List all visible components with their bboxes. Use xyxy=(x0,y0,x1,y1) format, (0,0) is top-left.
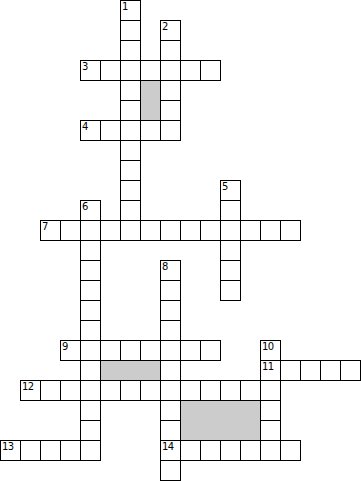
grid-cell[interactable] xyxy=(80,420,101,441)
grid-cell[interactable] xyxy=(260,340,281,361)
grid-cell[interactable] xyxy=(80,220,101,241)
grid-cell[interactable] xyxy=(160,320,181,341)
grid-cell[interactable] xyxy=(80,380,101,401)
grid-cell[interactable] xyxy=(200,340,221,361)
grid-cell[interactable] xyxy=(240,220,261,241)
grid-cell[interactable] xyxy=(160,300,181,321)
grid-cell[interactable] xyxy=(180,60,201,81)
grid-cell[interactable] xyxy=(160,100,181,121)
grid-cell[interactable] xyxy=(40,380,61,401)
grid-cell[interactable] xyxy=(60,380,81,401)
grid-cell[interactable] xyxy=(160,400,181,421)
grid-cell[interactable] xyxy=(240,440,261,461)
grid-cell[interactable] xyxy=(160,80,181,101)
grid-cell[interactable] xyxy=(100,220,121,241)
grid-cell[interactable] xyxy=(120,80,141,101)
grid-cell[interactable] xyxy=(120,340,141,361)
grid-cell[interactable] xyxy=(60,340,81,361)
grid-cell[interactable] xyxy=(160,360,181,381)
grid-cell[interactable] xyxy=(80,400,101,421)
grid-cell[interactable] xyxy=(120,40,141,61)
grid-cell[interactable] xyxy=(120,380,141,401)
grid-cell[interactable] xyxy=(120,20,141,41)
grid-cell[interactable] xyxy=(60,440,81,461)
grid-cell[interactable] xyxy=(80,200,101,221)
grid-cell[interactable] xyxy=(260,420,281,441)
grid-cell[interactable] xyxy=(260,220,281,241)
grid-cell[interactable] xyxy=(140,120,161,141)
grid-cell[interactable] xyxy=(20,380,41,401)
grid-cell[interactable] xyxy=(260,440,281,461)
grid-cell[interactable] xyxy=(80,340,101,361)
grid-cell[interactable] xyxy=(280,220,301,241)
grid-cell[interactable] xyxy=(200,440,221,461)
grid-cell[interactable] xyxy=(200,60,221,81)
grid-cell[interactable] xyxy=(120,140,141,161)
grid-cell[interactable] xyxy=(220,440,241,461)
grid-cell[interactable] xyxy=(0,440,21,461)
grid-cell[interactable] xyxy=(40,440,61,461)
crossword-board: 1234567891011121314 xyxy=(0,0,361,481)
grid-cell[interactable] xyxy=(300,360,321,381)
grid-cell[interactable] xyxy=(80,440,101,461)
grid-cell[interactable] xyxy=(120,100,141,121)
grid-cell[interactable] xyxy=(160,340,181,361)
grid-cell[interactable] xyxy=(80,260,101,281)
grid-cell[interactable] xyxy=(200,380,221,401)
grid-cell[interactable] xyxy=(140,340,161,361)
grid-cell[interactable] xyxy=(160,440,181,461)
grid-cell[interactable] xyxy=(220,180,241,201)
grid-cell[interactable] xyxy=(220,260,241,281)
grid-cell[interactable] xyxy=(80,300,101,321)
grid-cell[interactable] xyxy=(160,420,181,441)
shaded-block xyxy=(180,400,261,441)
grid-cell[interactable] xyxy=(220,240,241,261)
grid-cell[interactable] xyxy=(200,220,221,241)
grid-cell[interactable] xyxy=(280,440,301,461)
grid-cell[interactable] xyxy=(220,280,241,301)
grid-cell[interactable] xyxy=(180,440,201,461)
grid-cell[interactable] xyxy=(220,380,241,401)
grid-cell[interactable] xyxy=(160,280,181,301)
grid-cell[interactable] xyxy=(100,340,121,361)
grid-cell[interactable] xyxy=(160,220,181,241)
grid-cell[interactable] xyxy=(20,440,41,461)
grid-cell[interactable] xyxy=(220,200,241,221)
grid-cell[interactable] xyxy=(160,460,181,481)
grid-cell[interactable] xyxy=(120,160,141,181)
grid-cell[interactable] xyxy=(140,60,161,81)
grid-cell[interactable] xyxy=(140,220,161,241)
grid-cell[interactable] xyxy=(160,40,181,61)
grid-cell[interactable] xyxy=(80,60,101,81)
grid-cell[interactable] xyxy=(40,220,61,241)
grid-cell[interactable] xyxy=(100,380,121,401)
shaded-block xyxy=(140,80,161,121)
grid-cell[interactable] xyxy=(160,260,181,281)
grid-cell[interactable] xyxy=(180,380,201,401)
grid-cell[interactable] xyxy=(100,60,121,81)
grid-cell[interactable] xyxy=(160,60,181,81)
grid-cell[interactable] xyxy=(240,380,261,401)
grid-cell[interactable] xyxy=(120,200,141,221)
grid-cell[interactable] xyxy=(80,320,101,341)
grid-cell[interactable] xyxy=(120,60,141,81)
grid-cell[interactable] xyxy=(340,360,361,381)
grid-cell[interactable] xyxy=(120,120,141,141)
grid-cell[interactable] xyxy=(120,220,141,241)
grid-cell[interactable] xyxy=(100,120,121,141)
grid-cell[interactable] xyxy=(80,360,101,381)
shaded-block xyxy=(100,360,161,381)
grid-cell[interactable] xyxy=(180,220,201,241)
grid-cell[interactable] xyxy=(260,400,281,421)
grid-cell[interactable] xyxy=(120,180,141,201)
grid-cell[interactable] xyxy=(60,220,81,241)
grid-cell[interactable] xyxy=(180,340,201,361)
grid-cell[interactable] xyxy=(160,20,181,41)
grid-cell[interactable] xyxy=(80,240,101,261)
grid-cell[interactable] xyxy=(260,360,281,381)
grid-cell[interactable] xyxy=(260,380,281,401)
grid-cell[interactable] xyxy=(280,360,301,381)
grid-cell[interactable] xyxy=(80,120,101,141)
grid-cell[interactable] xyxy=(80,280,101,301)
grid-cell[interactable] xyxy=(320,360,341,381)
grid-cell[interactable] xyxy=(120,0,141,21)
grid-cell[interactable] xyxy=(140,380,161,401)
grid-cell[interactable] xyxy=(160,120,181,141)
grid-cell[interactable] xyxy=(160,380,181,401)
grid-cell[interactable] xyxy=(220,220,241,241)
